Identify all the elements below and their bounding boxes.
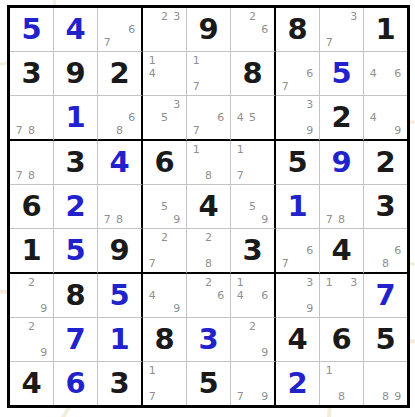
candidate-digit: 7 xyxy=(101,36,113,49)
candidate-digit: 2 xyxy=(158,10,170,23)
candidate-digit: 9 xyxy=(304,124,316,137)
cell-r9c1[interactable]: 4 xyxy=(10,362,54,405)
given-digit: 8 xyxy=(242,59,262,88)
given-digit: 8 xyxy=(154,325,174,354)
sudoku-board: 5467239268371392141786754678168356745392… xyxy=(7,5,410,408)
candidates: 49 xyxy=(143,274,186,317)
cell-r9c3[interactable]: 3 xyxy=(98,362,143,405)
candidate-digit: 7 xyxy=(190,80,202,93)
candidate-digit: 4 xyxy=(146,289,158,302)
cell-r6c6[interactable]: 3 xyxy=(231,229,276,274)
cell-r7c3[interactable]: 5 xyxy=(98,274,143,318)
solved-digit: 1 xyxy=(287,192,307,221)
cell-r9c6[interactable]: 79 xyxy=(231,362,276,405)
candidate-digit: 2 xyxy=(202,231,214,244)
candidate-digit: 6 xyxy=(304,67,316,80)
candidate-digit: 5 xyxy=(158,111,170,124)
given-digit: 9 xyxy=(65,59,85,88)
candidates: 35 xyxy=(143,96,186,139)
cell-r9c8[interactable]: 18 xyxy=(320,362,364,405)
candidate-digit: 7 xyxy=(13,124,25,137)
cell-r3c5[interactable]: 67 xyxy=(187,96,231,141)
candidates: 78 xyxy=(320,185,363,228)
candidate-digit: 6 xyxy=(215,111,227,124)
solved-digit: 5 xyxy=(109,281,129,310)
candidate-digit: 4 xyxy=(234,289,246,302)
cell-r6c5[interactable]: 28 xyxy=(187,229,231,274)
candidate-digit: 7 xyxy=(190,124,202,137)
cell-r2c8[interactable]: 5 xyxy=(320,52,364,96)
cell-r4c7[interactable]: 5 xyxy=(276,141,320,185)
candidate-digit: 8 xyxy=(335,213,347,226)
candidates: 29 xyxy=(10,318,53,361)
cell-r5c4[interactable]: 59 xyxy=(143,185,187,229)
candidate-digit: 3 xyxy=(348,276,360,289)
candidate-digit: 8 xyxy=(25,169,37,182)
cell-r7c2[interactable]: 8 xyxy=(54,274,98,318)
candidate-digit: 1 xyxy=(234,143,246,156)
candidate-digit: 1 xyxy=(190,143,202,156)
cell-r2c4[interactable]: 14 xyxy=(143,52,187,96)
candidates: 17 xyxy=(187,52,230,95)
candidates: 89 xyxy=(364,362,407,405)
cell-r1c1[interactable]: 5 xyxy=(10,8,54,52)
cell-r7c9[interactable]: 7 xyxy=(364,274,407,318)
cell-r7c6[interactable]: 146 xyxy=(231,274,276,318)
candidates: 18 xyxy=(320,362,363,405)
cell-r8c2[interactable]: 7 xyxy=(54,318,98,362)
given-digit: 6 xyxy=(331,325,351,354)
candidate-digit: 2 xyxy=(25,276,37,289)
cell-r7c7[interactable]: 39 xyxy=(276,274,320,318)
cell-r1c3[interactable]: 67 xyxy=(98,8,143,52)
solved-digit: 2 xyxy=(65,192,85,221)
candidate-digit: 3 xyxy=(304,276,316,289)
cell-r5c7[interactable]: 1 xyxy=(276,185,320,229)
candidate-digit: 5 xyxy=(158,200,170,213)
candidate-digit: 6 xyxy=(259,289,271,302)
given-digit: 4 xyxy=(21,369,41,398)
cell-r5c6[interactable]: 59 xyxy=(231,185,276,229)
given-digit: 6 xyxy=(21,192,41,221)
candidate-digit: 8 xyxy=(25,124,37,137)
given-digit: 1 xyxy=(21,236,41,265)
candidate-digit: 1 xyxy=(323,364,335,377)
candidates: 29 xyxy=(231,318,274,361)
cell-r3c2[interactable]: 1 xyxy=(54,96,98,141)
cell-r4c2[interactable]: 3 xyxy=(54,141,98,185)
candidate-digit: 3 xyxy=(304,98,316,111)
candidate-digit: 8 xyxy=(335,390,347,403)
cell-r1c2[interactable]: 4 xyxy=(54,8,98,52)
cell-r8c5[interactable]: 3 xyxy=(187,318,231,362)
candidates: 79 xyxy=(231,362,274,405)
candidate-digit: 8 xyxy=(113,124,125,137)
cell-r2c9[interactable]: 46 xyxy=(364,52,407,96)
candidates: 39 xyxy=(276,274,319,317)
candidate-digit: 7 xyxy=(279,257,291,270)
cell-r3c8[interactable]: 2 xyxy=(320,96,364,141)
cell-r8c3[interactable]: 1 xyxy=(98,318,143,362)
cell-r2c6[interactable]: 8 xyxy=(231,52,276,96)
candidate-digit: 4 xyxy=(367,67,379,80)
candidates: 39 xyxy=(276,96,319,139)
solved-digit: 4 xyxy=(109,148,129,177)
candidate-digit: 2 xyxy=(25,320,37,333)
cell-r8c4[interactable]: 8 xyxy=(143,318,187,362)
candidate-digit: 7 xyxy=(101,213,113,226)
cell-r4c1[interactable]: 78 xyxy=(10,141,54,185)
candidates: 26 xyxy=(187,274,230,317)
solved-digit: 5 xyxy=(331,59,351,88)
candidate-digit: 9 xyxy=(259,390,271,403)
candidates: 78 xyxy=(10,96,53,139)
solved-digit: 3 xyxy=(198,325,218,354)
given-digit: 4 xyxy=(198,192,218,221)
solved-digit: 7 xyxy=(375,281,395,310)
cell-r3c6[interactable]: 45 xyxy=(231,96,276,141)
given-digit: 1 xyxy=(375,15,395,44)
given-digit: 2 xyxy=(109,59,129,88)
cell-r1c8[interactable]: 37 xyxy=(320,8,364,52)
candidate-digit: 3 xyxy=(171,98,183,111)
solved-digit: 2 xyxy=(287,369,307,398)
candidates: 37 xyxy=(320,8,363,51)
solved-digit: 9 xyxy=(331,148,351,177)
cell-r3c1[interactable]: 78 xyxy=(10,96,54,141)
solved-digit: 4 xyxy=(65,15,85,44)
candidates: 23 xyxy=(143,8,186,51)
candidate-digit: 1 xyxy=(323,276,335,289)
cell-r6c8[interactable]: 4 xyxy=(320,229,364,274)
cell-r3c7[interactable]: 39 xyxy=(276,96,320,141)
cell-r6c3[interactable]: 9 xyxy=(98,229,143,274)
candidate-digit: 7 xyxy=(13,169,25,182)
cell-r9c5[interactable]: 5 xyxy=(187,362,231,405)
candidates: 78 xyxy=(10,141,53,184)
candidate-digit: 9 xyxy=(392,124,404,137)
cell-r3c9[interactable]: 49 xyxy=(364,96,407,141)
cell-r2c3[interactable]: 2 xyxy=(98,52,143,96)
candidate-digit: 3 xyxy=(348,10,360,23)
given-digit: 3 xyxy=(21,59,41,88)
given-digit: 2 xyxy=(331,103,351,132)
candidate-digit: 1 xyxy=(146,364,158,377)
solved-digit: 6 xyxy=(65,369,85,398)
candidate-digit: 9 xyxy=(171,302,183,315)
candidate-digit: 6 xyxy=(126,111,138,124)
given-digit: 4 xyxy=(331,236,351,265)
candidate-digit: 6 xyxy=(259,23,271,36)
solved-digit: 7 xyxy=(65,325,85,354)
candidate-digit: 6 xyxy=(392,67,404,80)
candidates: 17 xyxy=(143,362,186,405)
cell-r1c4[interactable]: 23 xyxy=(143,8,187,52)
candidates: 18 xyxy=(187,141,230,184)
cell-r4c4[interactable]: 6 xyxy=(143,141,187,185)
cell-r8c7[interactable]: 4 xyxy=(276,318,320,362)
candidate-digit: 1 xyxy=(234,276,246,289)
candidate-digit: 4 xyxy=(367,111,379,124)
candidates: 17 xyxy=(231,141,274,184)
candidate-digit: 7 xyxy=(234,390,246,403)
candidates: 28 xyxy=(187,229,230,272)
cell-r6c1[interactable]: 1 xyxy=(10,229,54,274)
solved-digit: 1 xyxy=(65,103,85,132)
candidates: 29 xyxy=(10,274,53,317)
candidates: 45 xyxy=(231,96,274,139)
candidate-digit: 9 xyxy=(171,213,183,226)
candidate-digit: 9 xyxy=(304,302,316,315)
candidates: 68 xyxy=(364,229,407,272)
candidate-digit: 3 xyxy=(171,10,183,23)
given-digit: 9 xyxy=(198,15,218,44)
candidate-digit: 9 xyxy=(259,346,271,359)
cell-r1c9[interactable]: 1 xyxy=(364,8,407,52)
cell-r8c6[interactable]: 29 xyxy=(231,318,276,362)
candidate-digit: 2 xyxy=(158,231,170,244)
solved-digit: 1 xyxy=(109,325,129,354)
candidate-digit: 1 xyxy=(190,54,202,67)
cell-r1c5[interactable]: 9 xyxy=(187,8,231,52)
candidates: 67 xyxy=(276,229,319,272)
given-digit: 3 xyxy=(65,148,85,177)
candidate-digit: 6 xyxy=(215,289,227,302)
candidate-digit: 8 xyxy=(379,390,391,403)
candidates: 146 xyxy=(231,274,274,317)
cell-r6c4[interactable]: 27 xyxy=(143,229,187,274)
candidate-digit: 5 xyxy=(246,111,258,124)
candidates: 26 xyxy=(231,8,274,51)
candidate-digit: 7 xyxy=(279,80,291,93)
candidate-digit: 2 xyxy=(246,10,258,23)
cell-r7c8[interactable]: 13 xyxy=(320,274,364,318)
given-digit: 8 xyxy=(287,15,307,44)
candidate-digit: 2 xyxy=(202,276,214,289)
cell-r6c9[interactable]: 68 xyxy=(364,229,407,274)
cell-r2c7[interactable]: 67 xyxy=(276,52,320,96)
given-digit: 3 xyxy=(375,192,395,221)
given-digit: 3 xyxy=(109,369,129,398)
candidate-digit: 6 xyxy=(392,244,404,257)
candidate-digit: 8 xyxy=(113,213,125,226)
given-digit: 8 xyxy=(65,281,85,310)
cell-r1c6[interactable]: 26 xyxy=(231,8,276,52)
candidates: 46 xyxy=(364,52,407,95)
cell-r7c4[interactable]: 49 xyxy=(143,274,187,318)
given-digit: 6 xyxy=(154,148,174,177)
given-digit: 4 xyxy=(287,325,307,354)
candidate-digit: 4 xyxy=(234,111,246,124)
given-digit: 2 xyxy=(375,148,395,177)
cell-r9c2[interactable]: 6 xyxy=(54,362,98,405)
candidate-digit: 7 xyxy=(323,213,335,226)
cell-r2c1[interactable]: 3 xyxy=(10,52,54,96)
candidate-digit: 6 xyxy=(304,244,316,257)
cell-r9c4[interactable]: 17 xyxy=(143,362,187,405)
candidates: 13 xyxy=(320,274,363,317)
candidate-digit: 6 xyxy=(126,23,138,36)
cell-r4c9[interactable]: 2 xyxy=(364,141,407,185)
candidates: 14 xyxy=(143,52,186,95)
candidate-digit: 9 xyxy=(392,390,404,403)
given-digit: 5 xyxy=(198,369,218,398)
candidate-digit: 5 xyxy=(246,200,258,213)
cell-r7c1[interactable]: 29 xyxy=(10,274,54,318)
cell-r1c7[interactable]: 8 xyxy=(276,8,320,52)
candidate-digit: 9 xyxy=(38,302,50,315)
cell-r3c3[interactable]: 68 xyxy=(98,96,143,141)
cell-r5c8[interactable]: 78 xyxy=(320,185,364,229)
cell-r2c2[interactable]: 9 xyxy=(54,52,98,96)
cell-r6c2[interactable]: 5 xyxy=(54,229,98,274)
cell-r8c9[interactable]: 5 xyxy=(364,318,407,362)
candidate-digit: 7 xyxy=(323,36,335,49)
cell-r4c5[interactable]: 18 xyxy=(187,141,231,185)
cell-r4c8[interactable]: 9 xyxy=(320,141,364,185)
cell-r7c5[interactable]: 26 xyxy=(187,274,231,318)
candidate-digit: 1 xyxy=(146,54,158,67)
given-digit: 3 xyxy=(242,236,262,265)
candidate-digit: 8 xyxy=(202,169,214,182)
cell-r5c3[interactable]: 78 xyxy=(98,185,143,229)
cell-r8c8[interactable]: 6 xyxy=(320,318,364,362)
cell-r3c4[interactable]: 35 xyxy=(143,96,187,141)
cell-r9c7[interactable]: 2 xyxy=(276,362,320,405)
cell-r4c6[interactable]: 17 xyxy=(231,141,276,185)
candidate-digit: 4 xyxy=(146,67,158,80)
candidate-digit: 8 xyxy=(202,257,214,270)
candidates: 49 xyxy=(364,96,407,139)
given-digit: 9 xyxy=(109,236,129,265)
candidate-digit: 8 xyxy=(379,257,391,270)
candidates: 78 xyxy=(98,185,141,228)
candidate-digit: 9 xyxy=(259,213,271,226)
candidates: 59 xyxy=(143,185,186,228)
cell-r5c9[interactable]: 3 xyxy=(364,185,407,229)
candidates: 67 xyxy=(98,8,141,51)
cell-r2c5[interactable]: 17 xyxy=(187,52,231,96)
candidate-digit: 9 xyxy=(38,346,50,359)
candidate-digit: 2 xyxy=(246,320,258,333)
candidate-digit: 7 xyxy=(146,257,158,270)
cell-r4c3[interactable]: 4 xyxy=(98,141,143,185)
cell-r6c7[interactable]: 67 xyxy=(276,229,320,274)
candidates: 68 xyxy=(98,96,141,139)
candidates: 27 xyxy=(143,229,186,272)
cell-r5c2[interactable]: 2 xyxy=(54,185,98,229)
candidates: 59 xyxy=(231,185,274,228)
cell-r5c5[interactable]: 4 xyxy=(187,185,231,229)
candidates: 67 xyxy=(276,52,319,95)
candidates: 67 xyxy=(187,96,230,139)
cell-r5c1[interactable]: 6 xyxy=(10,185,54,229)
candidate-digit: 7 xyxy=(146,390,158,403)
candidate-digit: 7 xyxy=(234,169,246,182)
solved-digit: 5 xyxy=(21,15,41,44)
cell-r9c9[interactable]: 89 xyxy=(364,362,407,405)
given-digit: 5 xyxy=(375,325,395,354)
given-digit: 5 xyxy=(287,148,307,177)
cell-r8c1[interactable]: 29 xyxy=(10,318,54,362)
solved-digit: 5 xyxy=(65,236,85,265)
